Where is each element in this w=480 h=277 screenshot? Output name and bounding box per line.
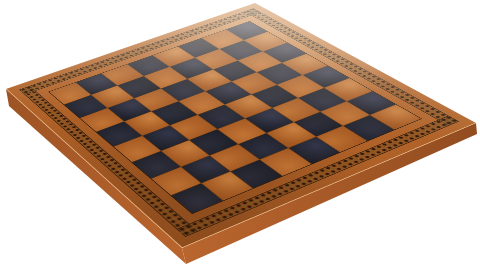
chess-board — [6, 3, 476, 248]
scene — [0, 0, 480, 277]
